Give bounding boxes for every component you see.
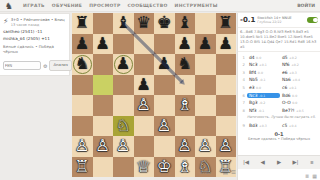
square-d6[interactable] xyxy=(134,54,155,75)
nav-item[interactable]: ОБУЧЕНИЕ xyxy=(52,3,82,8)
piece-c3: ♘ xyxy=(113,116,134,137)
move-2b[interactable]: Nf6+0.2 xyxy=(280,62,313,67)
move-number: 2 xyxy=(238,62,247,67)
square-e8[interactable]: ♚ xyxy=(154,13,175,34)
move-number: 9 xyxy=(238,123,247,128)
piece-h2: ♙ xyxy=(216,136,237,157)
move-row: 1d40.0d5+0.2 xyxy=(238,53,320,61)
square-f7[interactable]: ♟ xyxy=(175,34,196,55)
move-row: 3Bf40.0e6+0.3 xyxy=(238,69,320,77)
nav-item[interactable]: СООБЩЕСТВО xyxy=(128,3,168,8)
move-number: 5 xyxy=(238,85,247,90)
square-c3[interactable]: ♘ xyxy=(113,116,134,137)
square-g1[interactable]: ♘ xyxy=(195,157,216,178)
nav-item[interactable]: ПРОСМОТР xyxy=(89,3,120,8)
square-g5[interactable] xyxy=(195,75,216,96)
analyze-button[interactable]: Анализ xyxy=(49,60,71,71)
move-3b[interactable]: e6+0.3 xyxy=(280,70,313,75)
square-d4[interactable]: ♙ xyxy=(134,95,155,116)
prev-move-button[interactable]: ◀ xyxy=(254,156,270,169)
analysis-panel: -0.1 Stockfish 14+ NNUE Глубина 22/22 6.… xyxy=(237,13,320,180)
square-f2[interactable]: ♙ xyxy=(175,136,196,157)
square-f8[interactable]: ♝ xyxy=(175,13,196,34)
square-c4[interactable] xyxy=(113,95,134,116)
square-c7[interactable] xyxy=(113,34,134,55)
move-6w[interactable]: Nc3-0.1 xyxy=(247,93,280,98)
result-reason: Белые сдались • Победа чёрных xyxy=(238,137,320,141)
list-icon[interactable]: ≣ xyxy=(305,173,309,179)
move-number: 6 xyxy=(238,93,247,98)
piece-f2: ♙ xyxy=(175,136,196,157)
move-6b[interactable]: Bd60.0 xyxy=(280,93,313,98)
move-1b[interactable]: d5+0.2 xyxy=(280,55,313,60)
piece-a7: ♟ xyxy=(72,34,93,55)
square-a7[interactable]: ♟ xyxy=(72,34,93,55)
move-5w[interactable]: e30.0 xyxy=(247,85,280,90)
move-8w[interactable]: Nf3-0.1 xyxy=(247,108,280,113)
move-row: 2Nc3+0.1Nf6+0.2 xyxy=(238,61,320,69)
square-h3[interactable] xyxy=(216,116,237,137)
game-time-ago: 13 часов назад xyxy=(11,23,65,27)
piece-d1: ♕ xyxy=(134,157,155,178)
gear-icon[interactable]: ⚙ xyxy=(43,63,47,69)
next-move-button[interactable]: ▶ xyxy=(271,156,287,169)
move-list: 1d40.0d5+0.22Nc3+0.1Nf6+0.23Bf40.0e6+0.3… xyxy=(238,52,320,129)
move-row: 9Bd3+0.3c5+0.4 xyxy=(238,122,320,130)
move-row: 7Bg3-0.2O-O0.0 xyxy=(238,99,320,107)
move-number: 8 xyxy=(238,108,247,113)
piece-a6: ♞ xyxy=(72,54,93,75)
square-c2[interactable]: ♙ xyxy=(113,136,134,157)
square-d7[interactable] xyxy=(134,34,155,55)
blitz-icon: ⚡ xyxy=(3,17,9,27)
move-number: 3 xyxy=(238,70,247,75)
square-b8[interactable] xyxy=(93,13,114,34)
square-f3[interactable] xyxy=(175,116,196,137)
board-area: ♜♝♛♚♝♜♟♟♟♟♟♞♟♟♞♟♙♗♘♙♙♙♙♙♙♙♖♕♔♗♘♖ xyxy=(72,13,236,177)
piece-g7: ♟ xyxy=(195,34,216,55)
piece-e6: ♟ xyxy=(154,54,175,75)
move-1w[interactable]: d40.0 xyxy=(247,55,280,60)
signin-link[interactable]: ВОЙТИ xyxy=(297,3,315,8)
piece-c2: ♙ xyxy=(113,136,134,157)
piece-f8: ♝ xyxy=(175,13,196,34)
move-4b[interactable]: Na6+0.4 xyxy=(280,77,313,82)
menu-button[interactable]: ≡ xyxy=(304,156,320,169)
lichess-analysis-page: ♞ ИГРАТЬОБУЧЕНИЕПРОСМОТРСООБЩЕСТВОИНСТРУ… xyxy=(0,0,320,180)
square-a4[interactable] xyxy=(72,95,93,116)
square-b4[interactable] xyxy=(93,95,114,116)
last-move-button[interactable]: ▶| xyxy=(287,156,303,169)
square-g3[interactable] xyxy=(195,116,216,137)
square-h4[interactable] xyxy=(216,95,237,116)
piece-g2: ♙ xyxy=(195,136,216,157)
piece-h7: ♟ xyxy=(216,34,237,55)
engine-depth: Глубина 22/22 xyxy=(257,20,305,24)
piece-f6: ♞ xyxy=(175,54,196,75)
square-c6[interactable]: ♟ xyxy=(113,54,134,75)
square-a8[interactable]: ♜ xyxy=(72,13,93,34)
move-row: 5e30.0c6+0.1 xyxy=(238,84,320,92)
square-e4[interactable] xyxy=(154,95,175,116)
engine-pv-line[interactable]: 6...Bd6 7.Bg3 O-O 8.Nf3 Re8 9.Bd3 e5 10.… xyxy=(238,28,320,52)
square-e7[interactable] xyxy=(154,34,175,55)
piece-e1: ♔ xyxy=(154,157,175,178)
move-9b[interactable]: c5+0.4 xyxy=(280,123,313,128)
piece-a2: ♙ xyxy=(72,136,93,157)
eval-value: -0.1 xyxy=(240,16,255,24)
square-h1[interactable]: ♖ xyxy=(216,157,237,178)
panel-bottom-bar: ≣ ▦ xyxy=(238,173,320,179)
piece-h8: ♜ xyxy=(216,13,237,34)
move-7w[interactable]: Bg3-0.2 xyxy=(247,100,280,105)
square-d3[interactable] xyxy=(134,116,155,137)
square-b2[interactable]: ♙ xyxy=(93,136,114,157)
square-b7[interactable]: ♟ xyxy=(93,34,114,55)
square-e6[interactable]: ♟ xyxy=(154,54,175,75)
move-4w[interactable]: Nb5-0.1 xyxy=(247,77,280,82)
nav-item[interactable]: ИНСТРУМЕНТЫ xyxy=(175,3,218,8)
move-8b[interactable]: Be7?!+0.5 xyxy=(280,108,313,113)
piece-c8: ♝ xyxy=(113,13,134,34)
piece-d4: ♙ xyxy=(134,95,155,116)
square-f5[interactable] xyxy=(175,75,196,96)
square-g8[interactable] xyxy=(195,13,216,34)
square-d2[interactable] xyxy=(134,136,155,157)
square-e1[interactable]: ♔ xyxy=(154,157,175,178)
move-5b[interactable]: c6+0.1 xyxy=(280,85,313,90)
game-result: Белые сдались • Победа чёрных xyxy=(3,44,66,54)
grid-icon[interactable]: ▦ xyxy=(312,173,317,179)
move-number: 1 xyxy=(238,55,247,60)
square-e2[interactable] xyxy=(154,136,175,157)
game-info-sidebar: ⚡ 3+0 • Рейтинговая • Блиц 13 часов наза… xyxy=(0,13,70,76)
engine-toggle[interactable] xyxy=(307,17,318,23)
square-g2[interactable]: ♙ xyxy=(195,136,216,157)
square-a5[interactable] xyxy=(72,75,93,96)
square-g4[interactable] xyxy=(195,95,216,116)
square-g6[interactable] xyxy=(195,54,216,75)
piece-c6: ♟ xyxy=(113,54,134,75)
move-3w[interactable]: Bf40.0 xyxy=(247,70,280,75)
square-h2[interactable]: ♙ xyxy=(216,136,237,157)
nav-item[interactable]: ИГРАТЬ xyxy=(23,3,45,8)
move-number: 7 xyxy=(238,100,247,105)
square-e3[interactable]: ♙ xyxy=(154,116,175,137)
white-player[interactable]: santheo (2541) -11 xyxy=(3,29,66,34)
square-h6[interactable] xyxy=(216,54,237,75)
move-number: 4 xyxy=(238,77,247,82)
piece-d5: ♟ xyxy=(134,75,155,96)
top-nav: ♞ ИГРАТЬОБУЧЕНИЕПРОСМОТРСООБЩЕСТВОИНСТРУ… xyxy=(0,0,320,12)
piece-f7: ♟ xyxy=(175,34,196,55)
piece-g1: ♘ xyxy=(195,157,216,178)
square-c5[interactable] xyxy=(113,75,134,96)
move-row: 6Nc3-0.1Bd60.0 xyxy=(238,91,320,99)
square-e5[interactable] xyxy=(154,75,175,96)
square-a3[interactable] xyxy=(72,116,93,137)
engine-eval-bar: -0.1 Stockfish 14+ NNUE Глубина 22/22 xyxy=(238,13,320,28)
square-b5[interactable] xyxy=(93,75,114,96)
move-2w[interactable]: Nc3+0.1 xyxy=(247,62,280,67)
square-d1[interactable]: ♕ xyxy=(134,157,155,178)
move-7b[interactable]: O-O0.0 xyxy=(280,100,313,105)
knight-logo-icon[interactable]: ♞ xyxy=(5,0,13,12)
piece-e3: ♙ xyxy=(154,116,175,137)
square-a6[interactable]: ♞ xyxy=(72,54,93,75)
black-player[interactable]: mishka_64 (2505) +11 xyxy=(3,36,66,41)
square-b3[interactable] xyxy=(93,116,114,137)
piece-b2: ♙ xyxy=(93,136,114,157)
piece-d8: ♛ xyxy=(134,13,155,34)
move-row: 8Nf3-0.1Be7?!+0.5 xyxy=(238,107,320,115)
playback-controls: |◀ ◀ ▶ ▶| ≡ xyxy=(238,155,320,169)
piece-a1: ♖ xyxy=(72,157,93,178)
piece-a8: ♜ xyxy=(72,13,93,34)
move-9w[interactable]: Bd3+0.3 xyxy=(247,123,280,128)
square-b6[interactable] xyxy=(93,54,114,75)
piece-b7: ♟ xyxy=(93,34,114,55)
chess-board: ♜♝♛♚♝♜♟♟♟♟♟♞♟♟♞♟♙♗♘♙♙♙♙♙♙♙♖♕♔♗♘♖ xyxy=(72,13,236,177)
piece-h1: ♖ xyxy=(216,157,237,178)
move-row: 4Nb5-0.1Na6+0.4 xyxy=(238,76,320,84)
game-info-card: ⚡ 3+0 • Рейтинговая • Блиц 13 часов наза… xyxy=(0,13,70,76)
square-f6[interactable]: ♞ xyxy=(175,54,196,75)
square-f1[interactable]: ♗ xyxy=(175,157,196,178)
piece-f1: ♗ xyxy=(175,157,196,178)
square-c8[interactable]: ♝ xyxy=(113,13,134,34)
square-d5[interactable]: ♟ xyxy=(134,75,155,96)
square-h5[interactable] xyxy=(216,75,237,96)
square-a2[interactable]: ♙ xyxy=(72,136,93,157)
square-g7[interactable]: ♟ xyxy=(195,34,216,55)
square-h7[interactable]: ♟ xyxy=(216,34,237,55)
nav-items: ИГРАТЬОБУЧЕНИЕПРОСМОТРСООБЩЕСТВОИНСТРУМЕ… xyxy=(16,3,218,8)
square-h8[interactable]: ♜ xyxy=(216,13,237,34)
piece-f4: ♗ xyxy=(175,95,196,116)
first-move-button[interactable]: |◀ xyxy=(238,156,254,169)
move-comment: Неточность. Лучше было сыграть c5. xyxy=(238,114,320,122)
square-a1[interactable]: ♖ xyxy=(72,157,93,178)
square-f4[interactable]: ♗ xyxy=(175,95,196,116)
square-d8[interactable]: ♛ xyxy=(134,13,155,34)
game-meta: 3+0 • Рейтинговая • Блиц xyxy=(11,17,65,22)
fen-input[interactable] xyxy=(3,61,41,70)
piece-e8: ♚ xyxy=(154,13,175,34)
